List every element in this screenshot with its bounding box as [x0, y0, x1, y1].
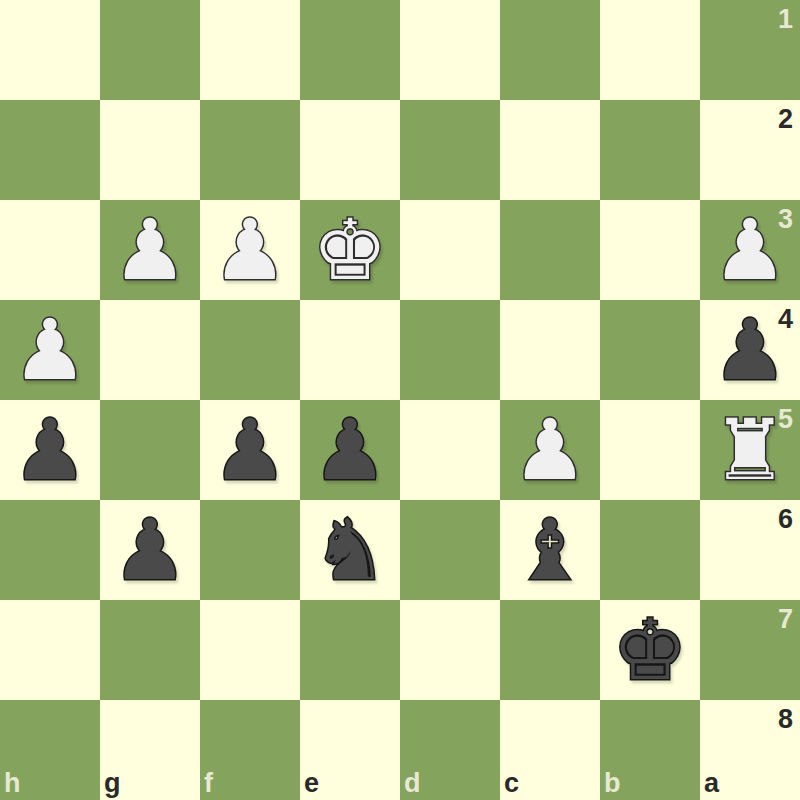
square-b3[interactable] [600, 200, 700, 300]
square-f1[interactable] [200, 0, 300, 100]
square-f7[interactable] [200, 600, 300, 700]
piece-black-pawn[interactable]: ♟ [700, 300, 800, 400]
square-f5[interactable]: ♟ [200, 400, 300, 500]
square-e6[interactable]: ♞ [300, 500, 400, 600]
square-g8[interactable]: g [100, 700, 200, 800]
rank-label-2: 2 [778, 106, 793, 133]
square-c4[interactable] [500, 300, 600, 400]
square-g1[interactable] [100, 0, 200, 100]
square-g5[interactable] [100, 400, 200, 500]
square-a6[interactable]: 6 [700, 500, 800, 600]
square-a5[interactable]: 5♜ [700, 400, 800, 500]
square-e4[interactable] [300, 300, 400, 400]
square-c1[interactable] [500, 0, 600, 100]
square-f8[interactable]: f [200, 700, 300, 800]
square-h7[interactable] [0, 600, 100, 700]
piece-white-rook[interactable]: ♜ [700, 400, 800, 500]
square-d2[interactable] [400, 100, 500, 200]
square-c3[interactable] [500, 200, 600, 300]
square-c2[interactable] [500, 100, 600, 200]
file-label-h: h [4, 770, 21, 797]
piece-black-knight[interactable]: ♞ [300, 500, 400, 600]
square-e2[interactable] [300, 100, 400, 200]
square-h3[interactable] [0, 200, 100, 300]
square-g4[interactable] [100, 300, 200, 400]
piece-white-pawn[interactable]: ♟ [700, 200, 800, 300]
square-h2[interactable] [0, 100, 100, 200]
square-b4[interactable] [600, 300, 700, 400]
chess-board: 12♟♟♚3♟♟4♟♟♟♟♟5♜♟♞♝6♚7hgfedcb8a [0, 0, 800, 800]
square-g2[interactable] [100, 100, 200, 200]
file-label-b: b [604, 770, 621, 797]
square-a8[interactable]: 8a [700, 700, 800, 800]
square-d3[interactable] [400, 200, 500, 300]
square-d8[interactable]: d [400, 700, 500, 800]
square-b7[interactable]: ♚ [600, 600, 700, 700]
square-d4[interactable] [400, 300, 500, 400]
square-e8[interactable]: e [300, 700, 400, 800]
piece-white-pawn[interactable]: ♟ [0, 300, 100, 400]
square-h5[interactable]: ♟ [0, 400, 100, 500]
square-f6[interactable] [200, 500, 300, 600]
square-g3[interactable]: ♟ [100, 200, 200, 300]
piece-black-bishop[interactable]: ♝ [500, 500, 600, 600]
square-c5[interactable]: ♟ [500, 400, 600, 500]
piece-white-pawn[interactable]: ♟ [500, 400, 600, 500]
file-label-a: a [704, 770, 719, 797]
square-b5[interactable] [600, 400, 700, 500]
file-label-d: d [404, 770, 421, 797]
square-f2[interactable] [200, 100, 300, 200]
square-h8[interactable]: h [0, 700, 100, 800]
piece-black-king[interactable]: ♚ [600, 600, 700, 700]
rank-label-8: 8 [778, 706, 793, 733]
rank-label-6: 6 [778, 506, 793, 533]
rank-label-1: 1 [778, 6, 793, 33]
square-e1[interactable] [300, 0, 400, 100]
square-a3[interactable]: 3♟ [700, 200, 800, 300]
square-f4[interactable] [200, 300, 300, 400]
square-d7[interactable] [400, 600, 500, 700]
file-label-e: e [304, 770, 319, 797]
piece-black-pawn[interactable]: ♟ [200, 400, 300, 500]
square-e3[interactable]: ♚ [300, 200, 400, 300]
square-a1[interactable]: 1 [700, 0, 800, 100]
square-d6[interactable] [400, 500, 500, 600]
square-e5[interactable]: ♟ [300, 400, 400, 500]
file-label-c: c [504, 770, 519, 797]
square-b8[interactable]: b [600, 700, 700, 800]
piece-black-pawn[interactable]: ♟ [300, 400, 400, 500]
piece-white-pawn[interactable]: ♟ [200, 200, 300, 300]
square-g6[interactable]: ♟ [100, 500, 200, 600]
square-e7[interactable] [300, 600, 400, 700]
square-h4[interactable]: ♟ [0, 300, 100, 400]
square-c8[interactable]: c [500, 700, 600, 800]
piece-black-pawn[interactable]: ♟ [0, 400, 100, 500]
square-c6[interactable]: ♝ [500, 500, 600, 600]
square-h6[interactable] [0, 500, 100, 600]
piece-white-pawn[interactable]: ♟ [100, 200, 200, 300]
square-g7[interactable] [100, 600, 200, 700]
square-a7[interactable]: 7 [700, 600, 800, 700]
square-a2[interactable]: 2 [700, 100, 800, 200]
square-b1[interactable] [600, 0, 700, 100]
piece-white-king[interactable]: ♚ [300, 200, 400, 300]
rank-label-7: 7 [778, 606, 793, 633]
piece-black-pawn[interactable]: ♟ [100, 500, 200, 600]
square-b2[interactable] [600, 100, 700, 200]
file-label-g: g [104, 770, 121, 797]
square-b6[interactable] [600, 500, 700, 600]
square-c7[interactable] [500, 600, 600, 700]
file-label-f: f [204, 770, 213, 797]
square-a4[interactable]: 4♟ [700, 300, 800, 400]
square-f3[interactable]: ♟ [200, 200, 300, 300]
square-h1[interactable] [0, 0, 100, 100]
square-d1[interactable] [400, 0, 500, 100]
square-d5[interactable] [400, 400, 500, 500]
